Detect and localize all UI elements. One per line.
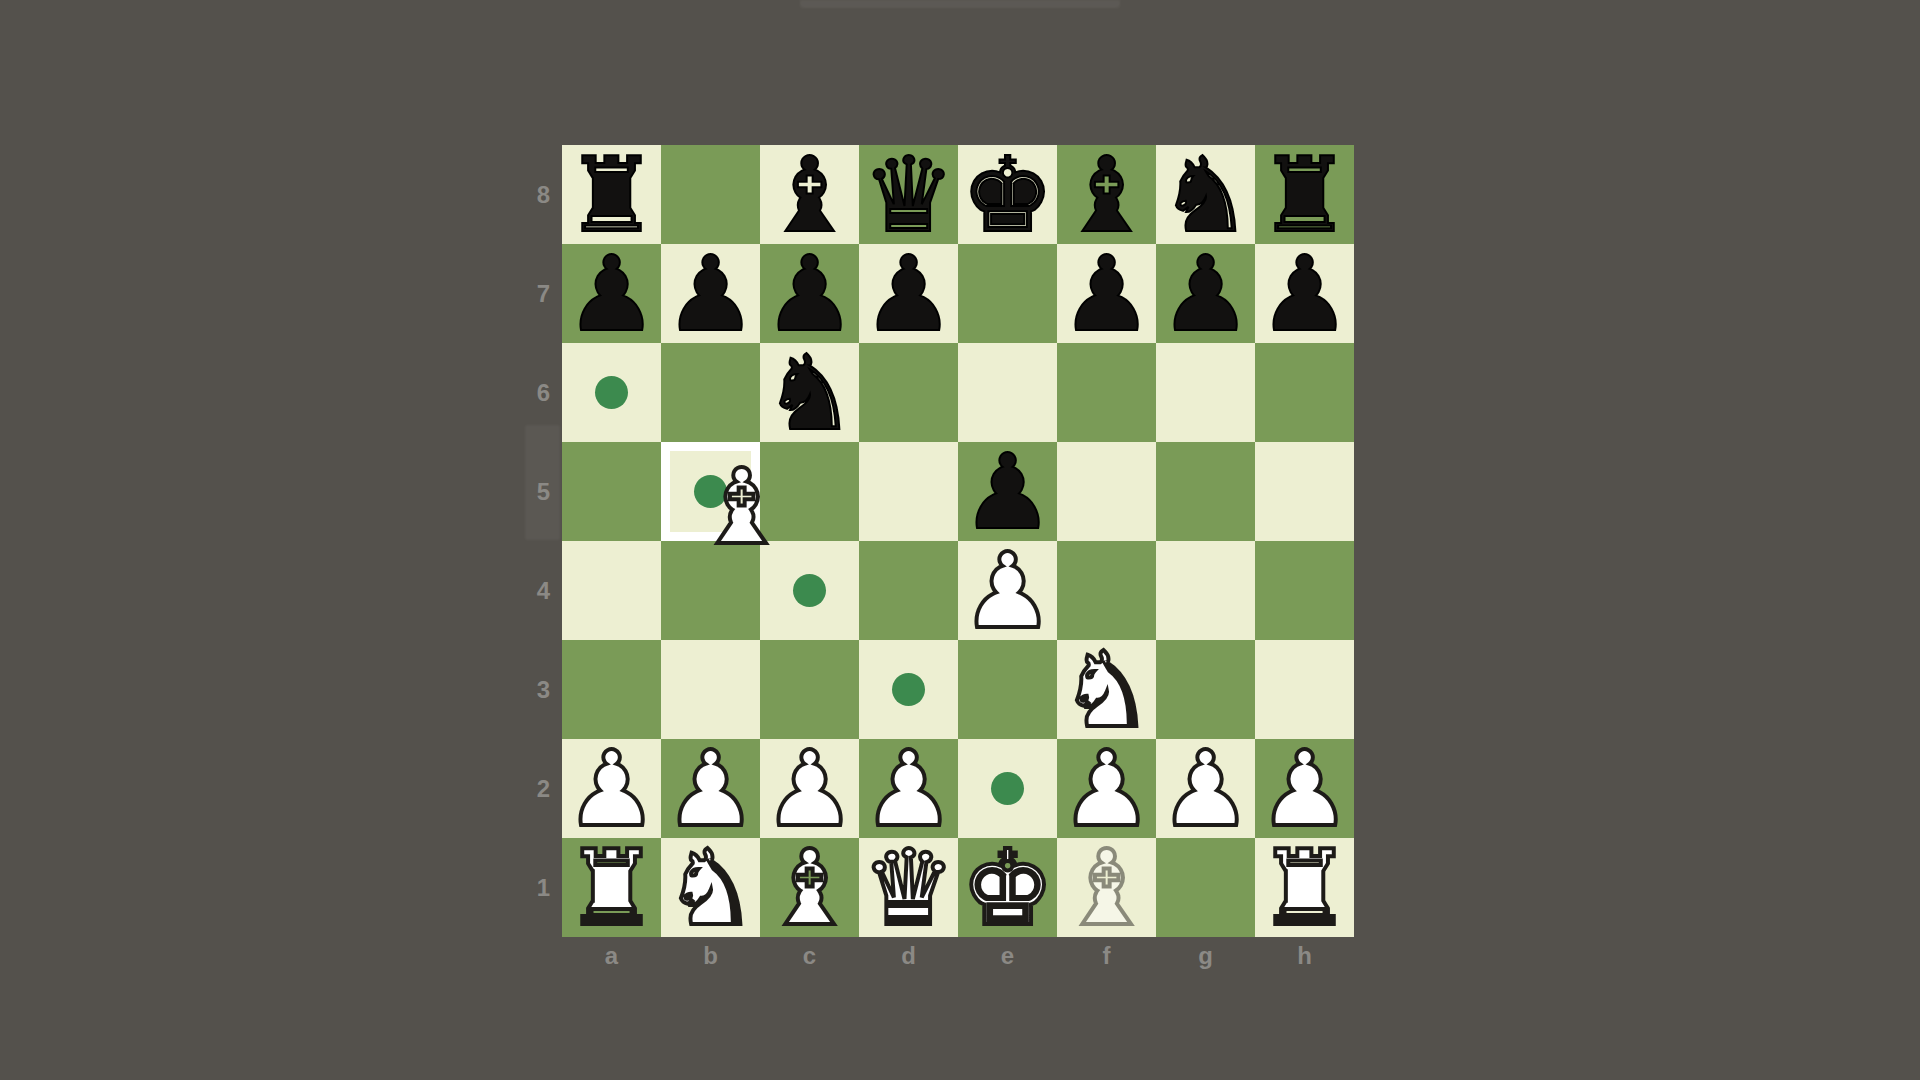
piece-black-queen-d8[interactable]: ♛ [859,145,958,244]
square-a4[interactable] [562,541,661,640]
piece-white-pawn-f2[interactable]: ♟ [1057,739,1156,838]
square-e1[interactable]: ♚ [958,838,1057,937]
rank-label-2: 2 [520,739,550,838]
square-f8[interactable]: ♝ [1057,145,1156,244]
piece-white-knight-f3[interactable]: ♞ [1057,640,1156,739]
square-a7[interactable]: ♟ [562,244,661,343]
square-e7[interactable] [958,244,1057,343]
square-c8[interactable]: ♝ [760,145,859,244]
square-e4[interactable]: ♟ [958,541,1057,640]
piece-black-bishop-f8[interactable]: ♝ [1057,145,1156,244]
square-f3[interactable]: ♞ [1057,640,1156,739]
piece-black-knight-g8[interactable]: ♞ [1156,145,1255,244]
square-e8[interactable]: ♚ [958,145,1057,244]
square-c7[interactable]: ♟ [760,244,859,343]
piece-white-bishop-c1[interactable]: ♝ [760,838,859,937]
piece-black-king-e8[interactable]: ♚ [958,145,1057,244]
square-a6[interactable] [562,343,661,442]
square-h1[interactable]: ♜ [1255,838,1354,937]
piece-white-rook-a1[interactable]: ♜ [562,838,661,937]
square-b2[interactable]: ♟ [661,739,760,838]
square-h2[interactable]: ♟ [1255,739,1354,838]
piece-white-pawn-b2[interactable]: ♟ [661,739,760,838]
piece-black-rook-a8[interactable]: ♜ [562,145,661,244]
piece-black-pawn-b7[interactable]: ♟ [661,244,760,343]
square-d3[interactable] [859,640,958,739]
dragged-white-bishop-b5[interactable]: ♝ [692,457,791,556]
square-d7[interactable]: ♟ [859,244,958,343]
piece-white-pawn-a2[interactable]: ♟ [562,739,661,838]
square-f2[interactable]: ♟ [1057,739,1156,838]
rank-label-5: 5 [520,442,550,541]
square-g7[interactable]: ♟ [1156,244,1255,343]
piece-black-pawn-g7[interactable]: ♟ [1156,244,1255,343]
square-b5[interactable]: ♝ [661,442,760,541]
rank-label-7: 7 [520,244,550,343]
square-b7[interactable]: ♟ [661,244,760,343]
square-a8[interactable]: ♜ [562,145,661,244]
square-g2[interactable]: ♟ [1156,739,1255,838]
piece-black-pawn-e5[interactable]: ♟ [958,442,1057,541]
square-h3[interactable] [1255,640,1354,739]
square-f4[interactable] [1057,541,1156,640]
piece-white-queen-d1[interactable]: ♛ [859,838,958,937]
square-g5[interactable] [1156,442,1255,541]
legal-move-dot-e2 [991,772,1024,805]
piece-black-pawn-h7[interactable]: ♟ [1255,244,1354,343]
square-e6[interactable] [958,343,1057,442]
square-g4[interactable] [1156,541,1255,640]
square-b8[interactable] [661,145,760,244]
rank-label-4: 4 [520,541,550,640]
piece-white-pawn-d2[interactable]: ♟ [859,739,958,838]
square-c3[interactable] [760,640,859,739]
square-e2[interactable] [958,739,1057,838]
square-g6[interactable] [1156,343,1255,442]
chess-board: ♜♝♛♚♝♞♜8♟♟♟♟♟♟♟7♞6♝♟5♟4♞3♟♟♟♟♟♟♟2♜♞♝♛♚♝♜… [562,145,1354,937]
square-f7[interactable]: ♟ [1057,244,1156,343]
rank-label-3: 3 [520,640,550,739]
square-b1[interactable]: ♞ [661,838,760,937]
piece-black-pawn-f7[interactable]: ♟ [1057,244,1156,343]
ghost-white-bishop-f1: ♝ [1057,838,1156,937]
square-h6[interactable] [1255,343,1354,442]
square-d1[interactable]: ♛ [859,838,958,937]
square-c6[interactable]: ♞ [760,343,859,442]
square-c2[interactable]: ♟ [760,739,859,838]
rank-label-1: 1 [520,838,550,937]
piece-white-rook-h1[interactable]: ♜ [1255,838,1354,937]
legal-move-dot-a6 [595,376,628,409]
square-f1[interactable]: ♝ [1057,838,1156,937]
piece-black-pawn-a7[interactable]: ♟ [562,244,661,343]
square-g3[interactable] [1156,640,1255,739]
square-c1[interactable]: ♝ [760,838,859,937]
square-b6[interactable] [661,343,760,442]
square-e5[interactable]: ♟ [958,442,1057,541]
square-d2[interactable]: ♟ [859,739,958,838]
square-b3[interactable] [661,640,760,739]
app-background: ♜♝♛♚♝♞♜8♟♟♟♟♟♟♟7♞6♝♟5♟4♞3♟♟♟♟♟♟♟2♜♞♝♛♚♝♜… [0,0,1920,1080]
square-f6[interactable] [1057,343,1156,442]
square-a3[interactable] [562,640,661,739]
piece-white-pawn-g2[interactable]: ♟ [1156,739,1255,838]
piece-black-knight-c6[interactable]: ♞ [760,343,859,442]
file-label-g: g [1156,937,1255,975]
piece-white-pawn-c2[interactable]: ♟ [760,739,859,838]
square-a5[interactable] [562,442,661,541]
square-d6[interactable] [859,343,958,442]
square-d4[interactable] [859,541,958,640]
square-g1[interactable] [1156,838,1255,937]
square-a2[interactable]: ♟ [562,739,661,838]
square-g8[interactable]: ♞ [1156,145,1255,244]
square-h7[interactable]: ♟ [1255,244,1354,343]
rank-label-6: 6 [520,343,550,442]
piece-white-pawn-h2[interactable]: ♟ [1255,739,1354,838]
piece-white-pawn-e4[interactable]: ♟ [958,541,1057,640]
piece-black-bishop-c8[interactable]: ♝ [760,145,859,244]
square-d8[interactable]: ♛ [859,145,958,244]
square-h8[interactable]: ♜ [1255,145,1354,244]
square-f5[interactable] [1057,442,1156,541]
piece-black-rook-h8[interactable]: ♜ [1255,145,1354,244]
square-a1[interactable]: ♜ [562,838,661,937]
square-h4[interactable] [1255,541,1354,640]
square-d5[interactable] [859,442,958,541]
legal-move-dot-c4 [793,574,826,607]
top-edge-artifact [800,0,1120,8]
square-h5[interactable] [1255,442,1354,541]
square-e3[interactable] [958,640,1057,739]
piece-black-pawn-d7[interactable]: ♟ [859,244,958,343]
piece-white-king-e1[interactable]: ♚ [958,838,1057,937]
piece-white-knight-b1[interactable]: ♞ [661,838,760,937]
rank-label-8: 8 [520,145,550,244]
legal-move-dot-d3 [892,673,925,706]
piece-black-pawn-c7[interactable]: ♟ [760,244,859,343]
